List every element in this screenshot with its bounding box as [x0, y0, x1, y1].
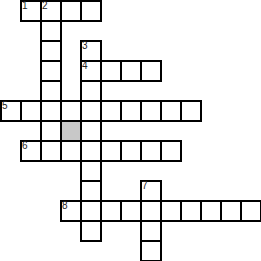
cell-r5-c3[interactable]: [61, 101, 81, 121]
clue-number-3: 3: [82, 41, 88, 51]
clue-number-6: 6: [22, 141, 28, 151]
cell-r8-c4[interactable]: [81, 161, 101, 181]
cell-r5-c1[interactable]: [21, 101, 41, 121]
cell-r7-c3[interactable]: [61, 141, 81, 161]
crossword-board: 12345678: [0, 0, 261, 261]
cell-r2-c2[interactable]: [41, 41, 61, 61]
clue-number-2: 2: [42, 1, 48, 11]
cell-r10-c11[interactable]: [221, 201, 241, 221]
cell-r4-c2[interactable]: [41, 81, 61, 101]
clue-number-4: 4: [82, 61, 88, 71]
cell-r12-c7[interactable]: [141, 241, 161, 261]
cell-r11-c4[interactable]: [81, 221, 101, 241]
cell-r2-c4[interactable]: 3: [81, 41, 101, 61]
cell-r0-c3[interactable]: [61, 1, 81, 21]
cell-r5-c5[interactable]: [101, 101, 121, 121]
cell-r3-c4[interactable]: 4: [81, 61, 101, 81]
cell-r6-c4[interactable]: [81, 121, 101, 141]
clue-number-8: 8: [62, 201, 68, 211]
cell-r5-c9[interactable]: [181, 101, 201, 121]
clue-number-1: 1: [22, 1, 28, 11]
cell-r3-c2[interactable]: [41, 61, 61, 81]
cell-r10-c4[interactable]: [81, 201, 101, 221]
cell-r7-c1[interactable]: 6: [21, 141, 41, 161]
cell-r4-c4[interactable]: [81, 81, 101, 101]
cell-r10-c9[interactable]: [181, 201, 201, 221]
cell-r9-c7[interactable]: 7: [141, 181, 161, 201]
cell-r3-c6[interactable]: [121, 61, 141, 81]
cell-r0-c1[interactable]: 1: [21, 1, 41, 21]
cell-r5-c4[interactable]: [81, 101, 101, 121]
cell-r0-c2[interactable]: 2: [41, 1, 61, 21]
cell-r3-c7[interactable]: [141, 61, 161, 81]
cell-r10-c8[interactable]: [161, 201, 181, 221]
cell-r1-c2[interactable]: [41, 21, 61, 41]
cell-r7-c8[interactable]: [161, 141, 181, 161]
cell-r5-c8[interactable]: [161, 101, 181, 121]
cell-r5-c0[interactable]: 5: [1, 101, 21, 121]
cell-r5-c2[interactable]: [41, 101, 61, 121]
cell-r10-c10[interactable]: [201, 201, 221, 221]
cell-r10-c5[interactable]: [101, 201, 121, 221]
cell-r6-c2[interactable]: [41, 121, 61, 141]
cell-r0-c4[interactable]: [81, 1, 101, 21]
cell-r7-c4[interactable]: [81, 141, 101, 161]
clue-number-5: 5: [2, 101, 8, 111]
cell-r10-c6[interactable]: [121, 201, 141, 221]
clue-number-7: 7: [142, 181, 148, 191]
cell-r10-c3[interactable]: 8: [61, 201, 81, 221]
cell-r7-c5[interactable]: [101, 141, 121, 161]
cell-r10-c7[interactable]: [141, 201, 161, 221]
cell-r7-c7[interactable]: [141, 141, 161, 161]
cell-r3-c5[interactable]: [101, 61, 121, 81]
cell-r7-c2[interactable]: [41, 141, 61, 161]
cell-r10-c12[interactable]: [241, 201, 261, 221]
cell-r9-c4[interactable]: [81, 181, 101, 201]
cell-r6-c3-shaded[interactable]: [61, 121, 81, 141]
cell-r7-c6[interactable]: [121, 141, 141, 161]
cell-r5-c6[interactable]: [121, 101, 141, 121]
cell-r11-c7[interactable]: [141, 221, 161, 241]
cell-r5-c7[interactable]: [141, 101, 161, 121]
